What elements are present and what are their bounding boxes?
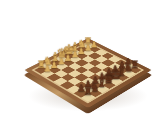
piece-black-rook: ♜	[79, 87, 96, 98]
piece-white-pawn: ♟	[39, 65, 55, 74]
photo-background: ♜♞♝♛♚♝♞♜♟♟♟♟♟♟♟♟♟♟♟♟♟♟♟♟♜♞♝♛♚♝♞♜	[0, 0, 168, 140]
